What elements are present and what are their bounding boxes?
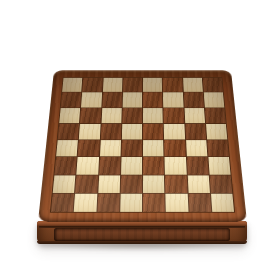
square-g6[interactable] xyxy=(184,108,205,123)
square-d7[interactable] xyxy=(122,93,142,108)
box-front-face xyxy=(37,221,247,244)
square-a3[interactable] xyxy=(54,157,76,174)
square-d8[interactable] xyxy=(123,78,142,92)
square-c3[interactable] xyxy=(99,157,121,174)
square-b8[interactable] xyxy=(82,78,102,92)
square-e4[interactable] xyxy=(143,140,164,156)
square-h7[interactable] xyxy=(204,93,225,108)
square-f1[interactable] xyxy=(166,193,188,211)
square-b6[interactable] xyxy=(80,108,101,123)
chess-board-grid xyxy=(51,78,234,212)
square-h4[interactable] xyxy=(207,140,229,156)
square-c4[interactable] xyxy=(100,140,121,156)
square-a7[interactable] xyxy=(61,93,82,108)
square-h3[interactable] xyxy=(208,157,230,174)
square-d1[interactable] xyxy=(120,193,142,211)
square-f2[interactable] xyxy=(165,175,187,193)
square-a5[interactable] xyxy=(58,124,80,140)
square-b5[interactable] xyxy=(79,124,100,140)
square-g5[interactable] xyxy=(185,124,206,140)
square-c6[interactable] xyxy=(101,108,121,123)
square-b1[interactable] xyxy=(74,193,97,211)
photo-stage xyxy=(0,0,280,280)
square-a1[interactable] xyxy=(51,193,74,211)
square-f6[interactable] xyxy=(164,108,184,123)
square-b2[interactable] xyxy=(75,175,97,193)
square-e1[interactable] xyxy=(143,193,165,211)
square-g8[interactable] xyxy=(183,78,203,92)
square-c7[interactable] xyxy=(102,93,122,108)
square-d2[interactable] xyxy=(120,175,142,193)
square-e5[interactable] xyxy=(143,124,163,140)
square-a6[interactable] xyxy=(59,108,80,123)
square-f7[interactable] xyxy=(163,93,183,108)
square-a2[interactable] xyxy=(53,175,76,193)
square-c1[interactable] xyxy=(97,193,119,211)
square-c2[interactable] xyxy=(98,175,120,193)
square-d3[interactable] xyxy=(121,157,142,174)
square-a4[interactable] xyxy=(56,140,78,156)
square-e8[interactable] xyxy=(143,78,162,92)
square-d4[interactable] xyxy=(121,140,142,156)
square-g7[interactable] xyxy=(183,93,203,108)
chess-box-top xyxy=(38,70,247,222)
square-e2[interactable] xyxy=(143,175,165,193)
square-e3[interactable] xyxy=(143,157,164,174)
square-g4[interactable] xyxy=(186,140,208,156)
drawer-front[interactable] xyxy=(54,228,230,241)
square-g2[interactable] xyxy=(187,175,209,193)
square-f8[interactable] xyxy=(163,78,183,92)
square-e6[interactable] xyxy=(143,108,163,123)
square-f5[interactable] xyxy=(164,124,185,140)
square-h8[interactable] xyxy=(203,78,223,92)
square-f4[interactable] xyxy=(164,140,185,156)
square-h5[interactable] xyxy=(206,124,228,140)
square-h1[interactable] xyxy=(211,193,234,211)
square-c8[interactable] xyxy=(103,78,123,92)
square-g3[interactable] xyxy=(186,157,208,174)
bottom-rail xyxy=(37,241,247,244)
board-frame xyxy=(38,70,247,222)
square-h2[interactable] xyxy=(209,175,232,193)
square-a8[interactable] xyxy=(62,78,82,92)
square-e7[interactable] xyxy=(143,93,163,108)
square-d5[interactable] xyxy=(122,124,142,140)
square-g1[interactable] xyxy=(188,193,211,211)
square-b7[interactable] xyxy=(81,93,101,108)
square-b4[interactable] xyxy=(78,140,100,156)
square-d6[interactable] xyxy=(122,108,142,123)
square-c5[interactable] xyxy=(100,124,121,140)
square-b3[interactable] xyxy=(77,157,99,174)
square-h6[interactable] xyxy=(205,108,226,123)
square-f3[interactable] xyxy=(165,157,187,174)
